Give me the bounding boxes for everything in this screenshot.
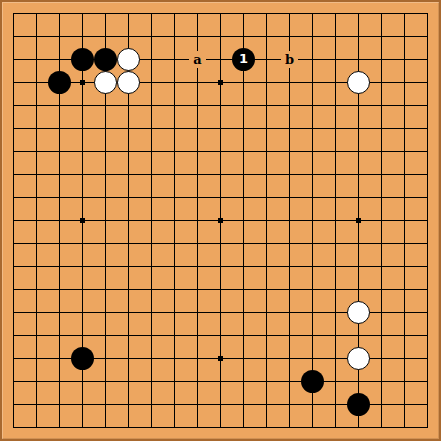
go-board-frame: ab1 bbox=[0, 0, 441, 441]
star-point bbox=[80, 80, 85, 85]
grid-line-vertical bbox=[427, 13, 428, 428]
marked-stone-1: 1 bbox=[232, 48, 255, 71]
white-stone bbox=[347, 347, 370, 370]
star-point bbox=[218, 218, 223, 223]
black-stone bbox=[71, 48, 94, 71]
grid-line-vertical bbox=[266, 13, 267, 428]
white-stone bbox=[94, 71, 117, 94]
grid-line-horizontal bbox=[13, 381, 428, 382]
white-stone bbox=[117, 71, 140, 94]
black-stone bbox=[71, 347, 94, 370]
star-point bbox=[80, 218, 85, 223]
star-point bbox=[218, 356, 223, 361]
grid-line-horizontal bbox=[13, 266, 428, 267]
star-point bbox=[218, 80, 223, 85]
point-label-a: a bbox=[189, 51, 206, 68]
grid-line-vertical bbox=[404, 13, 405, 428]
grid-line-horizontal bbox=[13, 289, 428, 290]
point-label-b: b bbox=[281, 51, 298, 68]
go-board: ab1 bbox=[13, 13, 428, 428]
grid-line-horizontal bbox=[13, 335, 428, 336]
grid-line-horizontal bbox=[13, 427, 428, 428]
grid-line-horizontal bbox=[13, 243, 428, 244]
star-point bbox=[356, 218, 361, 223]
grid-line-vertical bbox=[381, 13, 382, 428]
grid-line-vertical bbox=[335, 13, 336, 428]
black-stone bbox=[94, 48, 117, 71]
white-stone bbox=[347, 71, 370, 94]
grid-line-vertical bbox=[312, 13, 313, 428]
black-stone bbox=[301, 370, 324, 393]
black-stone bbox=[347, 393, 370, 416]
grid-line-vertical bbox=[243, 13, 244, 428]
white-stone bbox=[117, 48, 140, 71]
grid-line-vertical bbox=[289, 13, 290, 428]
white-stone bbox=[347, 301, 370, 324]
black-stone bbox=[48, 71, 71, 94]
